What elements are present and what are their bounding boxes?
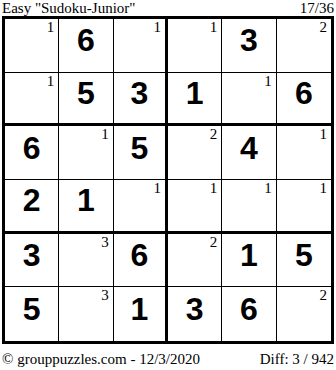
cell-r5c1[interactable]: 3 [5,234,59,288]
cell-r6c2[interactable]: 3 [59,287,113,341]
puzzle-page: Easy "Sudoku-Junior" 17/36 1611321531166… [0,0,336,367]
cell-r3c5[interactable]: 4 [222,126,276,180]
cell-r5c2[interactable]: 3 [59,234,113,288]
cell-r6c1[interactable]: 5 [5,287,59,341]
given-digit: 6 [130,239,148,271]
cell-r1c1[interactable]: 1 [5,19,59,73]
cell-r6c6[interactable]: 2 [277,287,331,341]
cell-r6c5[interactable]: 6 [222,287,276,341]
cell-r1c6[interactable]: 2 [277,19,331,73]
given-digit: 5 [23,293,41,325]
cell-r3c3[interactable]: 5 [114,126,168,180]
cell-r3c4[interactable]: 2 [168,126,222,180]
given-digit: 6 [77,24,95,56]
given-digit: 6 [240,293,258,325]
pencil-mark: 1 [153,180,161,197]
given-digit: 1 [77,184,95,216]
puzzle-footer: © grouppuzzles.com - 12/3/2020 Diff: 3 /… [2,351,334,367]
pencil-mark: 1 [319,126,327,143]
given-digit: 5 [77,77,95,109]
given-digit: 1 [130,293,148,325]
given-digit: 6 [295,77,313,109]
pencil-mark: 3 [101,234,109,251]
given-digit: 4 [240,132,258,164]
cell-r1c3[interactable]: 1 [114,19,168,73]
cell-r2c6[interactable]: 6 [277,73,331,127]
given-digit: 2 [23,184,41,216]
given-digit: 3 [23,239,41,271]
given-digit: 5 [295,239,313,271]
pencil-mark: 1 [47,19,55,36]
given-digit: 6 [23,132,41,164]
cell-r4c1[interactable]: 2 [5,180,59,234]
pencil-mark: 1 [264,73,272,90]
cell-r4c6[interactable]: 1 [277,180,331,234]
cell-r4c5[interactable]: 1 [222,180,276,234]
puzzle-title: Easy "Sudoku-Junior" [2,0,136,16]
given-digit: 3 [186,293,204,325]
pencil-mark: 3 [101,287,109,304]
cell-r3c2[interactable]: 1 [59,126,113,180]
pencil-mark: 1 [319,180,327,197]
pencil-mark: 1 [47,73,55,90]
given-digit: 3 [240,24,258,56]
cell-r2c2[interactable]: 5 [59,73,113,127]
cell-r5c5[interactable]: 1 [222,234,276,288]
cell-r5c4[interactable]: 2 [168,234,222,288]
given-digit: 3 [130,77,148,109]
difficulty-text: Diff: 3 / 942 [260,351,334,367]
cell-r1c4[interactable]: 1 [168,19,222,73]
cell-r1c2[interactable]: 6 [59,19,113,73]
cell-r3c1[interactable]: 6 [5,126,59,180]
sudoku-grid: 161132153116615241211111336215531362 [2,16,334,344]
cell-r1c5[interactable]: 3 [222,19,276,73]
puzzle-header: Easy "Sudoku-Junior" 17/36 [2,0,334,16]
copyright-text: © grouppuzzles.com - 12/3/2020 [2,351,200,367]
pencil-mark: 1 [101,126,109,143]
cell-r2c3[interactable]: 3 [114,73,168,127]
given-digit: 1 [186,77,204,109]
cell-r6c3[interactable]: 1 [114,287,168,341]
cell-r2c1[interactable]: 1 [5,73,59,127]
cell-r6c4[interactable]: 3 [168,287,222,341]
pencil-mark: 2 [319,287,327,304]
cell-r2c5[interactable]: 1 [222,73,276,127]
given-digit: 5 [130,132,148,164]
given-digit: 1 [240,239,258,271]
cell-r5c6[interactable]: 5 [277,234,331,288]
cell-r2c4[interactable]: 1 [168,73,222,127]
cell-r4c2[interactable]: 1 [59,180,113,234]
pencil-mark: 1 [153,19,161,36]
pencil-mark: 1 [210,180,218,197]
cell-r5c3[interactable]: 6 [114,234,168,288]
pencil-mark: 2 [210,126,218,143]
pencil-mark: 1 [264,180,272,197]
pencil-mark: 2 [210,234,218,251]
cell-r3c6[interactable]: 1 [277,126,331,180]
pencil-mark: 2 [319,19,327,36]
pencil-mark: 1 [210,19,218,36]
cell-r4c4[interactable]: 1 [168,180,222,234]
cell-r4c3[interactable]: 1 [114,180,168,234]
empty-cells-counter: 17/36 [300,0,334,16]
